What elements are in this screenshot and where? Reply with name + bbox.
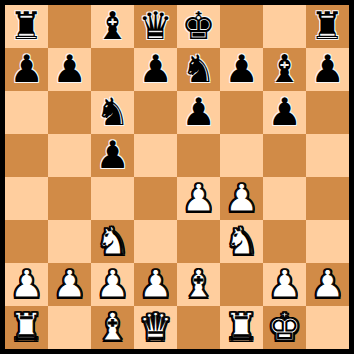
square-g2[interactable]: ♟	[263, 263, 306, 306]
square-b7[interactable]: ♟	[48, 48, 91, 91]
square-b8[interactable]	[48, 5, 91, 48]
white-pawn[interactable]: ♟	[181, 179, 215, 217]
white-rook[interactable]: ♜	[224, 308, 258, 346]
square-d5[interactable]	[134, 134, 177, 177]
black-king[interactable]: ♚	[181, 7, 215, 45]
square-c1[interactable]: ♝	[91, 306, 134, 349]
white-pawn[interactable]: ♟	[138, 265, 172, 303]
square-e6[interactable]: ♟	[177, 91, 220, 134]
square-e2[interactable]: ♝	[177, 263, 220, 306]
chess-board: ♜♝♛♚♜♟♟♟♞♟♝♟♞♟♟♟♟♟♞♞♟♟♟♟♝♟♟♜♝♛♜♚	[5, 5, 349, 349]
square-f8[interactable]	[220, 5, 263, 48]
square-c4[interactable]	[91, 177, 134, 220]
white-pawn[interactable]: ♟	[310, 265, 344, 303]
square-h8[interactable]: ♜	[306, 5, 349, 48]
square-f6[interactable]	[220, 91, 263, 134]
square-d6[interactable]	[134, 91, 177, 134]
white-knight[interactable]: ♞	[224, 222, 258, 260]
black-bishop[interactable]: ♝	[267, 50, 301, 88]
black-pawn[interactable]: ♟	[224, 50, 258, 88]
black-knight[interactable]: ♞	[95, 93, 129, 131]
square-c3[interactable]: ♞	[91, 220, 134, 263]
square-a6[interactable]	[5, 91, 48, 134]
square-h6[interactable]	[306, 91, 349, 134]
square-d3[interactable]	[134, 220, 177, 263]
square-d1[interactable]: ♛	[134, 306, 177, 349]
square-a4[interactable]	[5, 177, 48, 220]
square-e3[interactable]	[177, 220, 220, 263]
white-knight[interactable]: ♞	[95, 222, 129, 260]
white-rook[interactable]: ♜	[9, 308, 43, 346]
black-pawn[interactable]: ♟	[267, 93, 301, 131]
square-a3[interactable]	[5, 220, 48, 263]
square-g8[interactable]	[263, 5, 306, 48]
black-pawn[interactable]: ♟	[138, 50, 172, 88]
square-e4[interactable]: ♟	[177, 177, 220, 220]
black-bishop[interactable]: ♝	[95, 7, 129, 45]
square-c6[interactable]: ♞	[91, 91, 134, 134]
square-g6[interactable]: ♟	[263, 91, 306, 134]
square-b5[interactable]	[48, 134, 91, 177]
black-pawn[interactable]: ♟	[310, 50, 344, 88]
square-g1[interactable]: ♚	[263, 306, 306, 349]
square-c5[interactable]: ♟	[91, 134, 134, 177]
white-bishop[interactable]: ♝	[95, 308, 129, 346]
square-f4[interactable]: ♟	[220, 177, 263, 220]
white-pawn[interactable]: ♟	[267, 265, 301, 303]
square-g5[interactable]	[263, 134, 306, 177]
square-h3[interactable]	[306, 220, 349, 263]
square-a8[interactable]: ♜	[5, 5, 48, 48]
square-e7[interactable]: ♞	[177, 48, 220, 91]
black-pawn[interactable]: ♟	[9, 50, 43, 88]
square-d2[interactable]: ♟	[134, 263, 177, 306]
square-c8[interactable]: ♝	[91, 5, 134, 48]
black-pawn[interactable]: ♟	[181, 93, 215, 131]
black-queen[interactable]: ♛	[138, 7, 172, 45]
square-h2[interactable]: ♟	[306, 263, 349, 306]
square-d8[interactable]: ♛	[134, 5, 177, 48]
square-b6[interactable]	[48, 91, 91, 134]
white-pawn[interactable]: ♟	[95, 265, 129, 303]
white-pawn[interactable]: ♟	[9, 265, 43, 303]
square-a7[interactable]: ♟	[5, 48, 48, 91]
square-f1[interactable]: ♜	[220, 306, 263, 349]
square-b1[interactable]	[48, 306, 91, 349]
square-h7[interactable]: ♟	[306, 48, 349, 91]
black-pawn[interactable]: ♟	[95, 136, 129, 174]
square-e8[interactable]: ♚	[177, 5, 220, 48]
square-b2[interactable]: ♟	[48, 263, 91, 306]
black-knight[interactable]: ♞	[181, 50, 215, 88]
white-king[interactable]: ♚	[267, 308, 301, 346]
white-queen[interactable]: ♛	[138, 308, 172, 346]
square-a2[interactable]: ♟	[5, 263, 48, 306]
square-f3[interactable]: ♞	[220, 220, 263, 263]
square-g4[interactable]	[263, 177, 306, 220]
square-e5[interactable]	[177, 134, 220, 177]
black-rook[interactable]: ♜	[310, 7, 344, 45]
square-b4[interactable]	[48, 177, 91, 220]
square-a1[interactable]: ♜	[5, 306, 48, 349]
square-g3[interactable]	[263, 220, 306, 263]
white-pawn[interactable]: ♟	[224, 179, 258, 217]
square-e1[interactable]	[177, 306, 220, 349]
square-h5[interactable]	[306, 134, 349, 177]
square-a5[interactable]	[5, 134, 48, 177]
square-f2[interactable]	[220, 263, 263, 306]
black-rook[interactable]: ♜	[9, 7, 43, 45]
square-c2[interactable]: ♟	[91, 263, 134, 306]
square-b3[interactable]	[48, 220, 91, 263]
square-d4[interactable]	[134, 177, 177, 220]
white-pawn[interactable]: ♟	[52, 265, 86, 303]
square-f7[interactable]: ♟	[220, 48, 263, 91]
square-c7[interactable]	[91, 48, 134, 91]
square-h1[interactable]	[306, 306, 349, 349]
square-f5[interactable]	[220, 134, 263, 177]
square-g7[interactable]: ♝	[263, 48, 306, 91]
square-d7[interactable]: ♟	[134, 48, 177, 91]
chess-board-frame: ♜♝♛♚♜♟♟♟♞♟♝♟♞♟♟♟♟♟♞♞♟♟♟♟♝♟♟♜♝♛♜♚	[0, 0, 354, 354]
black-pawn[interactable]: ♟	[52, 50, 86, 88]
white-bishop[interactable]: ♝	[181, 265, 215, 303]
square-h4[interactable]	[306, 177, 349, 220]
